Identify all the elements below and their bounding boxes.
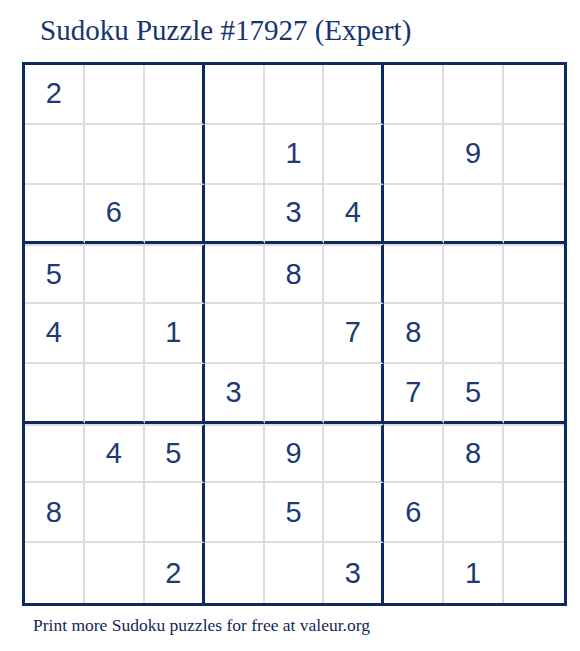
given-digit: 2 xyxy=(46,77,62,110)
cell-r8c2 xyxy=(85,483,145,543)
cell-r9c7 xyxy=(384,543,444,603)
given-digit: 1 xyxy=(285,137,301,170)
given-digit: 8 xyxy=(285,258,301,291)
given-digit: 8 xyxy=(465,437,481,470)
cell-r7c4 xyxy=(205,424,265,484)
cell-r6c1 xyxy=(25,364,85,424)
cell-r5c3: 1 xyxy=(145,304,205,364)
cell-r3c3 xyxy=(145,185,205,245)
cell-r8c5: 5 xyxy=(265,483,325,543)
cell-r1c5 xyxy=(265,65,325,125)
cell-r4c3 xyxy=(145,244,205,304)
cell-r8c6 xyxy=(324,483,384,543)
given-digit: 7 xyxy=(405,376,421,409)
cell-r5c7: 8 xyxy=(384,304,444,364)
cell-r4c1: 5 xyxy=(25,244,85,304)
cell-r5c1: 4 xyxy=(25,304,85,364)
cell-r4c7 xyxy=(384,244,444,304)
cell-r7c7 xyxy=(384,424,444,484)
cell-r9c3: 2 xyxy=(145,543,205,603)
cell-r8c9 xyxy=(504,483,564,543)
cell-r5c8 xyxy=(444,304,504,364)
given-digit: 4 xyxy=(345,196,361,229)
given-digit: 1 xyxy=(165,316,181,349)
cell-r2c8: 9 xyxy=(444,125,504,185)
cell-r1c6 xyxy=(324,65,384,125)
cell-r7c1 xyxy=(25,424,85,484)
cell-r2c7 xyxy=(384,125,444,185)
given-digit: 6 xyxy=(106,196,122,229)
cell-r6c5 xyxy=(265,364,325,424)
cell-r2c4 xyxy=(205,125,265,185)
given-digit: 3 xyxy=(345,557,361,590)
given-digit: 9 xyxy=(285,437,301,470)
cell-r5c2 xyxy=(85,304,145,364)
cell-r4c9 xyxy=(504,244,564,304)
cell-r3c4 xyxy=(205,185,265,245)
given-digit: 4 xyxy=(106,437,122,470)
given-digit: 5 xyxy=(165,437,181,470)
cell-r6c7: 7 xyxy=(384,364,444,424)
cell-r4c5: 8 xyxy=(265,244,325,304)
cell-r9c8: 1 xyxy=(444,543,504,603)
cell-r4c6 xyxy=(324,244,384,304)
cell-r5c9 xyxy=(504,304,564,364)
cell-r7c9 xyxy=(504,424,564,484)
cell-r3c9 xyxy=(504,185,564,245)
cell-r6c2 xyxy=(85,364,145,424)
cell-r6c9 xyxy=(504,364,564,424)
cell-r9c1 xyxy=(25,543,85,603)
given-digit: 1 xyxy=(465,557,481,590)
cell-r4c4 xyxy=(205,244,265,304)
cell-r2c9 xyxy=(504,125,564,185)
given-digit: 7 xyxy=(345,316,361,349)
given-digit: 8 xyxy=(405,316,421,349)
cell-r1c7 xyxy=(384,65,444,125)
cell-r5c6: 7 xyxy=(324,304,384,364)
given-digit: 9 xyxy=(465,137,481,170)
cell-r9c9 xyxy=(504,543,564,603)
cell-r2c3 xyxy=(145,125,205,185)
cell-r8c8 xyxy=(444,483,504,543)
cell-r3c7 xyxy=(384,185,444,245)
cell-r4c8 xyxy=(444,244,504,304)
cell-r7c2: 4 xyxy=(85,424,145,484)
cell-r3c5: 3 xyxy=(265,185,325,245)
cell-r6c4: 3 xyxy=(205,364,265,424)
cell-r2c2 xyxy=(85,125,145,185)
cell-r9c2 xyxy=(85,543,145,603)
given-digit: 8 xyxy=(46,496,62,529)
cell-r6c3 xyxy=(145,364,205,424)
cell-r8c7: 6 xyxy=(384,483,444,543)
cell-r3c8 xyxy=(444,185,504,245)
cell-r6c8: 5 xyxy=(444,364,504,424)
cell-r9c4 xyxy=(205,543,265,603)
cell-r4c2 xyxy=(85,244,145,304)
cell-r7c3: 5 xyxy=(145,424,205,484)
cell-r8c4 xyxy=(205,483,265,543)
given-digit: 4 xyxy=(46,316,62,349)
cell-r3c1 xyxy=(25,185,85,245)
cell-r1c4 xyxy=(205,65,265,125)
given-digit: 5 xyxy=(465,376,481,409)
footer-text: Print more Sudoku puzzles for free at va… xyxy=(33,615,370,636)
cell-r1c2 xyxy=(85,65,145,125)
given-digit: 2 xyxy=(165,557,181,590)
page-title: Sudoku Puzzle #17927 (Expert) xyxy=(40,13,411,48)
cell-r3c6: 4 xyxy=(324,185,384,245)
cell-r1c8 xyxy=(444,65,504,125)
given-digit: 5 xyxy=(285,496,301,529)
cell-r5c5 xyxy=(265,304,325,364)
cell-r6c6 xyxy=(324,364,384,424)
cell-r8c3 xyxy=(145,483,205,543)
cell-r5c4 xyxy=(205,304,265,364)
given-digit: 3 xyxy=(226,376,242,409)
cell-r1c9 xyxy=(504,65,564,125)
cell-r3c2: 6 xyxy=(85,185,145,245)
given-digit: 5 xyxy=(46,258,62,291)
cell-r9c6: 3 xyxy=(324,543,384,603)
cell-r7c6 xyxy=(324,424,384,484)
cell-r2c6 xyxy=(324,125,384,185)
cell-r9c5 xyxy=(265,543,325,603)
cell-r8c1: 8 xyxy=(25,483,85,543)
given-digit: 6 xyxy=(405,496,421,529)
cell-r1c1: 2 xyxy=(25,65,85,125)
cell-r2c1 xyxy=(25,125,85,185)
sudoku-grid: 2196345841783754598856231 xyxy=(22,62,567,606)
cell-r7c8: 8 xyxy=(444,424,504,484)
cell-r1c3 xyxy=(145,65,205,125)
cell-r2c5: 1 xyxy=(265,125,325,185)
cell-r7c5: 9 xyxy=(265,424,325,484)
given-digit: 3 xyxy=(285,196,301,229)
